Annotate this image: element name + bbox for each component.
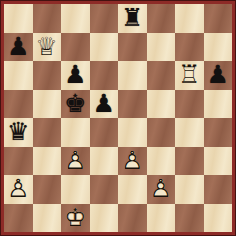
square-a3[interactable]: [4, 147, 33, 176]
square-c3[interactable]: ♟♙: [61, 147, 90, 176]
square-f7[interactable]: [147, 33, 176, 62]
square-a5[interactable]: [4, 90, 33, 119]
square-a7[interactable]: ♟: [4, 33, 33, 62]
square-e3[interactable]: ♟♙: [118, 147, 147, 176]
square-f5[interactable]: [147, 90, 176, 119]
white-king[interactable]: ♚♔: [61, 204, 90, 233]
square-h6[interactable]: ♟: [204, 61, 233, 90]
square-d5[interactable]: ♟: [90, 90, 119, 119]
white-rook-outline: ♖: [175, 61, 204, 90]
white-pawn[interactable]: ♟♙: [118, 147, 147, 176]
black-pawn-glyph: ♟: [90, 90, 119, 119]
square-f3[interactable]: [147, 147, 176, 176]
square-h2[interactable]: [204, 175, 233, 204]
square-c7[interactable]: [61, 33, 90, 62]
black-pawn[interactable]: ♟: [90, 90, 119, 119]
black-pawn-glyph: ♟: [204, 61, 233, 90]
white-queen-outline: ♕: [33, 33, 62, 62]
square-g2[interactable]: [175, 175, 204, 204]
chessboard-frame: ♜♟♛♕♟♜♖♟♚♟♛♟♙♟♙♟♙♟♙♚♔: [0, 0, 236, 236]
square-d3[interactable]: [90, 147, 119, 176]
square-g5[interactable]: [175, 90, 204, 119]
square-c1[interactable]: ♚♔: [61, 204, 90, 233]
square-g4[interactable]: [175, 118, 204, 147]
black-pawn-glyph: ♟: [61, 61, 90, 90]
square-e8[interactable]: ♜: [118, 4, 147, 33]
square-g1[interactable]: [175, 204, 204, 233]
square-a2[interactable]: ♟♙: [4, 175, 33, 204]
black-king-glyph: ♚: [61, 90, 90, 119]
square-d7[interactable]: [90, 33, 119, 62]
square-g3[interactable]: [175, 147, 204, 176]
chessboard: ♜♟♛♕♟♜♖♟♚♟♛♟♙♟♙♟♙♟♙♚♔: [4, 4, 232, 232]
square-h4[interactable]: [204, 118, 233, 147]
square-b2[interactable]: [33, 175, 62, 204]
white-pawn-outline: ♙: [147, 175, 176, 204]
square-g7[interactable]: [175, 33, 204, 62]
square-e2[interactable]: [118, 175, 147, 204]
square-h1[interactable]: [204, 204, 233, 233]
square-c8[interactable]: [61, 4, 90, 33]
square-b6[interactable]: [33, 61, 62, 90]
square-e4[interactable]: [118, 118, 147, 147]
square-g6[interactable]: ♜♖: [175, 61, 204, 90]
square-b5[interactable]: [33, 90, 62, 119]
square-d1[interactable]: [90, 204, 119, 233]
square-h3[interactable]: [204, 147, 233, 176]
square-f1[interactable]: [147, 204, 176, 233]
square-e5[interactable]: [118, 90, 147, 119]
square-g8[interactable]: [175, 4, 204, 33]
white-pawn-outline: ♙: [4, 175, 33, 204]
square-d2[interactable]: [90, 175, 119, 204]
white-pawn[interactable]: ♟♙: [4, 175, 33, 204]
black-queen-glyph: ♛: [4, 118, 33, 147]
square-h7[interactable]: [204, 33, 233, 62]
white-rook[interactable]: ♜♖: [175, 61, 204, 90]
square-d4[interactable]: [90, 118, 119, 147]
square-c6[interactable]: ♟: [61, 61, 90, 90]
white-queen[interactable]: ♛♕: [33, 33, 62, 62]
white-pawn-outline: ♙: [118, 147, 147, 176]
black-queen[interactable]: ♛: [4, 118, 33, 147]
square-e7[interactable]: [118, 33, 147, 62]
square-c5[interactable]: ♚: [61, 90, 90, 119]
white-king-outline: ♔: [61, 204, 90, 233]
square-f2[interactable]: ♟♙: [147, 175, 176, 204]
square-h5[interactable]: [204, 90, 233, 119]
black-king[interactable]: ♚: [61, 90, 90, 119]
square-b8[interactable]: [33, 4, 62, 33]
square-a4[interactable]: ♛: [4, 118, 33, 147]
square-f8[interactable]: [147, 4, 176, 33]
black-rook[interactable]: ♜: [118, 4, 147, 33]
square-a6[interactable]: [4, 61, 33, 90]
white-pawn-outline: ♙: [61, 147, 90, 176]
black-pawn[interactable]: ♟: [4, 33, 33, 62]
square-b4[interactable]: [33, 118, 62, 147]
square-e1[interactable]: [118, 204, 147, 233]
black-pawn[interactable]: ♟: [61, 61, 90, 90]
white-pawn[interactable]: ♟♙: [61, 147, 90, 176]
square-f4[interactable]: [147, 118, 176, 147]
square-f6[interactable]: [147, 61, 176, 90]
square-c2[interactable]: [61, 175, 90, 204]
black-pawn[interactable]: ♟: [204, 61, 233, 90]
square-b7[interactable]: ♛♕: [33, 33, 62, 62]
white-pawn[interactable]: ♟♙: [147, 175, 176, 204]
square-a1[interactable]: [4, 204, 33, 233]
square-d6[interactable]: [90, 61, 119, 90]
square-b1[interactable]: [33, 204, 62, 233]
square-c4[interactable]: [61, 118, 90, 147]
square-a8[interactable]: [4, 4, 33, 33]
square-b3[interactable]: [33, 147, 62, 176]
black-rook-glyph: ♜: [118, 4, 147, 33]
black-pawn-glyph: ♟: [4, 33, 33, 62]
square-h8[interactable]: [204, 4, 233, 33]
square-d8[interactable]: [90, 4, 119, 33]
square-e6[interactable]: [118, 61, 147, 90]
